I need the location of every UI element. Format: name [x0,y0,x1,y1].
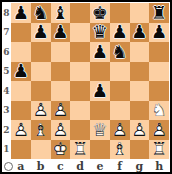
square-d7[interactable] [70,23,90,43]
square-f4[interactable] [110,81,130,101]
black-pawn[interactable]: ♟ [51,23,71,43]
white-bishop[interactable]: ♝♗ [110,140,130,160]
square-a8[interactable]: ♟ [11,3,31,23]
white-king[interactable]: ♚♔ [51,140,71,160]
black-knight[interactable]: ♞ [110,42,130,62]
white-bishop-outline: ♗ [31,120,51,140]
white-knight-outline: ♘ [149,101,169,121]
square-e4[interactable]: ♟ [90,81,110,101]
square-h8[interactable]: ♜ [149,3,169,23]
square-h7[interactable]: ♟ [149,23,169,43]
black-knight[interactable]: ♞ [31,3,51,23]
square-e8[interactable]: ♚ [90,3,110,23]
square-b6[interactable] [31,42,51,62]
square-a2[interactable]: ♟♙ [11,120,31,140]
square-c3[interactable]: ♟♙ [51,101,71,121]
square-g2[interactable]: ♟♙ [130,120,150,140]
square-a5[interactable]: ♟ [11,62,31,82]
white-pawn[interactable]: ♟♙ [11,120,31,140]
file-label-a: a [11,160,31,173]
square-f6[interactable]: ♞ [110,42,130,62]
square-c6[interactable] [51,42,71,62]
white-pawn[interactable]: ♟♙ [130,120,150,140]
white-knight[interactable]: ♞♘ [149,101,169,121]
black-rook[interactable]: ♜ [149,3,169,23]
square-c4[interactable] [51,81,71,101]
square-f5[interactable] [110,62,130,82]
square-h5[interactable] [149,62,169,82]
square-g6[interactable] [130,42,150,62]
square-e1[interactable] [90,140,110,160]
square-h2[interactable]: ♟♙ [149,120,169,140]
square-a1[interactable] [11,140,31,160]
square-b1[interactable] [31,140,51,160]
square-a7[interactable] [11,23,31,43]
square-d6[interactable] [70,42,90,62]
square-c8[interactable]: ♝ [51,3,71,23]
square-g1[interactable] [130,140,150,160]
white-pawn-outline: ♙ [51,101,71,121]
rank-label-8: 8 [2,3,11,23]
square-b2[interactable]: ♝♗ [31,120,51,140]
square-b4[interactable] [31,81,51,101]
square-a3[interactable] [11,101,31,121]
square-g8[interactable] [130,3,150,23]
square-g4[interactable] [130,81,150,101]
black-pawn[interactable]: ♟ [130,23,150,43]
rank-label-5: 5 [2,62,11,82]
file-labels: abcdefgh [11,160,169,173]
square-c2[interactable]: ♟♙ [51,120,71,140]
square-e6[interactable]: ♟ [90,42,110,62]
rank-label-6: 6 [2,42,11,62]
square-b5[interactable] [31,62,51,82]
square-d1[interactable]: ♜♖ [70,140,90,160]
square-b3[interactable]: ♟♙ [31,101,51,121]
file-label-b: b [31,160,51,173]
chessboard[interactable]: ♟♞♝♚♜♟♟♛♟♟♟♟♞♟♟♟♙♟♙♞♘♟♙♝♗♟♙♛♕♟♙♟♙♟♙♚♔♜♖♝… [11,3,169,159]
rank-label-2: 2 [2,120,11,140]
square-e2[interactable]: ♛♕ [90,120,110,140]
white-pawn[interactable]: ♟♙ [110,120,130,140]
white-rook-outline: ♖ [70,140,90,160]
square-e5[interactable] [90,62,110,82]
white-queen[interactable]: ♛♕ [90,120,110,140]
square-h1[interactable]: ♜♖ [149,140,169,160]
rank-label-4: 4 [2,81,11,101]
white-pawn[interactable]: ♟♙ [51,101,71,121]
square-d4[interactable] [70,81,90,101]
black-pawn[interactable]: ♟ [149,23,169,43]
rank-label-7: 7 [2,23,11,43]
white-king-outline: ♔ [51,140,71,160]
square-g5[interactable] [130,62,150,82]
black-pawn[interactable]: ♟ [90,81,110,101]
white-rook-outline: ♖ [149,140,169,160]
black-pawn[interactable]: ♟ [90,42,110,62]
square-f3[interactable] [110,101,130,121]
white-pawn-outline: ♙ [130,120,150,140]
black-pawn[interactable]: ♟ [11,62,31,82]
square-a6[interactable] [11,42,31,62]
square-b7[interactable]: ♟ [31,23,51,43]
white-pawn-outline: ♙ [51,120,71,140]
white-to-move-indicator [4,162,13,171]
rank-label-3: 3 [2,101,11,121]
square-f2[interactable]: ♟♙ [110,120,130,140]
file-label-h: h [149,160,169,173]
white-pawn-outline: ♙ [11,120,31,140]
square-f1[interactable]: ♝♗ [110,140,130,160]
white-pawn[interactable]: ♟♙ [31,101,51,121]
square-e3[interactable] [90,101,110,121]
white-pawn-outline: ♙ [31,101,51,121]
white-bishop-outline: ♗ [110,140,130,160]
file-label-c: c [51,160,71,173]
square-h6[interactable] [149,42,169,62]
white-bishop[interactable]: ♝♗ [31,120,51,140]
rank-label-1: 1 [2,140,11,160]
white-queen-outline: ♕ [90,120,110,140]
square-g3[interactable] [130,101,150,121]
black-pawn[interactable]: ♟ [31,23,51,43]
square-c1[interactable]: ♚♔ [51,140,71,160]
chess-diagram: 87654321 ♟♞♝♚♜♟♟♛♟♟♟♟♞♟♟♟♙♟♙♞♘♟♙♝♗♟♙♛♕♟♙… [0,0,172,174]
white-pawn[interactable]: ♟♙ [51,120,71,140]
square-g7[interactable]: ♟ [130,23,150,43]
black-pawn[interactable]: ♟ [110,23,130,43]
file-label-d: d [70,160,90,173]
square-a4[interactable] [11,81,31,101]
square-d2[interactable] [70,120,90,140]
square-f7[interactable]: ♟ [110,23,130,43]
square-e7[interactable]: ♛ [90,23,110,43]
square-f8[interactable] [110,3,130,23]
white-pawn-outline: ♙ [149,120,169,140]
black-bishop[interactable]: ♝ [51,3,71,23]
square-c7[interactable]: ♟ [51,23,71,43]
white-pawn-outline: ♙ [110,120,130,140]
black-king[interactable]: ♚ [90,3,110,23]
black-queen[interactable]: ♛ [90,23,110,43]
white-rook[interactable]: ♜♖ [70,140,90,160]
file-label-f: f [110,160,130,173]
square-b8[interactable]: ♞ [31,3,51,23]
file-label-e: e [90,160,110,173]
black-pawn[interactable]: ♟ [11,3,31,23]
square-h4[interactable] [149,81,169,101]
square-d5[interactable] [70,62,90,82]
white-rook[interactable]: ♜♖ [149,140,169,160]
square-d3[interactable] [70,101,90,121]
square-d8[interactable] [70,3,90,23]
file-label-g: g [130,160,150,173]
square-h3[interactable]: ♞♘ [149,101,169,121]
rank-labels: 87654321 [2,3,11,159]
square-c5[interactable] [51,62,71,82]
white-pawn[interactable]: ♟♙ [149,120,169,140]
